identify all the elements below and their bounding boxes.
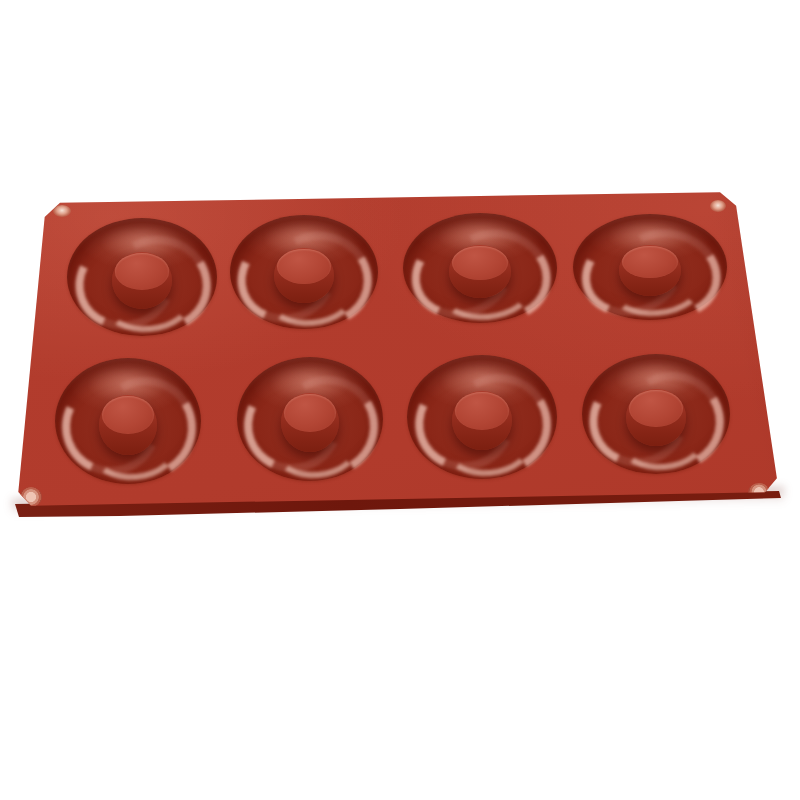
corner-hole — [53, 205, 71, 217]
post-top-face — [115, 253, 169, 289]
mold-cavity — [230, 215, 378, 329]
mold-cavity — [582, 354, 730, 474]
cavity-center-post — [274, 248, 333, 303]
mold-cavity — [237, 357, 383, 481]
post-top-face — [452, 246, 507, 280]
post-top-face — [284, 394, 337, 432]
post-top-face — [629, 390, 682, 427]
product-photo — [0, 0, 800, 800]
cavity-center-post — [449, 245, 511, 298]
cavity-center-post — [452, 391, 512, 451]
cavity-center-post — [619, 245, 681, 296]
post-top-face — [455, 392, 509, 430]
mold-cavity — [403, 213, 557, 323]
post-top-face — [622, 246, 677, 279]
mold-cavity — [67, 218, 217, 336]
post-top-face — [277, 249, 330, 284]
corner-hole — [710, 200, 726, 212]
mold-cavity — [55, 358, 201, 484]
cavity-center-post — [99, 395, 157, 455]
mold-cavity — [573, 214, 727, 320]
cavity-center-post — [112, 252, 172, 309]
donut-mold — [0, 0, 800, 800]
cavity-center-post — [626, 389, 685, 447]
post-top-face — [102, 396, 155, 435]
mold-cavity — [407, 355, 557, 479]
